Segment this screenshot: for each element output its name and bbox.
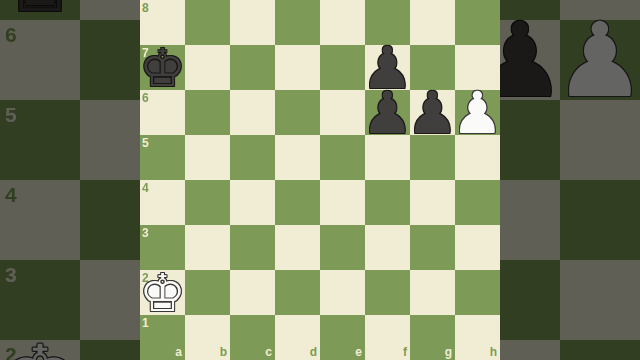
square-a2[interactable]: 2♚ [140, 270, 185, 315]
square-c8[interactable] [230, 0, 275, 45]
square-e1[interactable]: e [320, 315, 365, 360]
file-label-c: c [265, 346, 272, 358]
square-c1[interactable]: c [230, 315, 275, 360]
square-h5 [560, 100, 640, 180]
square-c4[interactable] [230, 180, 275, 225]
square-e8[interactable] [320, 0, 365, 45]
square-b7[interactable] [185, 45, 230, 90]
square-g6[interactable]: ♟ [410, 90, 455, 135]
black-pawn[interactable]: ♟ [410, 90, 455, 135]
white-king[interactable]: ♚ [140, 270, 185, 315]
square-g2[interactable] [410, 270, 455, 315]
black-king: ♚ [0, 0, 80, 20]
chess-board[interactable]: 87♚♟6♟♟♟5432♚1abcdefgh [140, 0, 500, 360]
square-a2: 2♚ [0, 340, 80, 360]
square-c2[interactable] [230, 270, 275, 315]
square-e4[interactable] [320, 180, 365, 225]
square-h5[interactable] [455, 135, 500, 180]
file-label-g: g [445, 346, 452, 358]
square-h4 [560, 180, 640, 260]
white-pawn[interactable]: ♟ [455, 90, 500, 135]
square-a7[interactable]: 7♚ [140, 45, 185, 90]
square-h2 [560, 340, 640, 360]
square-a1[interactable]: 1a [140, 315, 185, 360]
square-a4: 4 [0, 180, 80, 260]
square-f3[interactable] [365, 225, 410, 270]
square-h3[interactable] [455, 225, 500, 270]
square-c5[interactable] [230, 135, 275, 180]
square-e7[interactable] [320, 45, 365, 90]
square-h3 [560, 260, 640, 340]
square-e5[interactable] [320, 135, 365, 180]
square-c3[interactable] [230, 225, 275, 270]
square-d6[interactable] [275, 90, 320, 135]
rank-label-5: 5 [142, 137, 149, 149]
square-b8[interactable] [185, 0, 230, 45]
square-b6[interactable] [185, 90, 230, 135]
square-e2[interactable] [320, 270, 365, 315]
rank-label-5: 5 [5, 104, 17, 125]
rank-label-6: 6 [142, 92, 149, 104]
square-d1[interactable]: d [275, 315, 320, 360]
square-h6: ♟ [560, 20, 640, 100]
square-h4[interactable] [455, 180, 500, 225]
rank-label-8: 8 [142, 2, 149, 14]
foreground-board-wrap: 87♚♟6♟♟♟5432♚1abcdefgh [140, 0, 500, 360]
square-a7: 7♚ [0, 0, 80, 20]
square-e3[interactable] [320, 225, 365, 270]
black-king[interactable]: ♚ [140, 45, 185, 90]
black-pawn[interactable]: ♟ [365, 90, 410, 135]
white-king: ♚ [0, 340, 80, 360]
file-label-d: d [310, 346, 317, 358]
square-e6[interactable] [320, 90, 365, 135]
file-label-f: f [403, 346, 407, 358]
file-label-h: h [490, 346, 497, 358]
square-h6[interactable]: ♟ [455, 90, 500, 135]
square-d5[interactable] [275, 135, 320, 180]
square-c6[interactable] [230, 90, 275, 135]
square-d8[interactable] [275, 0, 320, 45]
square-h2[interactable] [455, 270, 500, 315]
square-g4[interactable] [410, 180, 455, 225]
square-g3[interactable] [410, 225, 455, 270]
square-d3[interactable] [275, 225, 320, 270]
rank-label-4: 4 [142, 182, 149, 194]
square-c7[interactable] [230, 45, 275, 90]
rank-label-3: 3 [5, 264, 17, 285]
square-g1[interactable]: g [410, 315, 455, 360]
file-label-b: b [220, 346, 227, 358]
square-a4[interactable]: 4 [140, 180, 185, 225]
square-d4[interactable] [275, 180, 320, 225]
square-f5[interactable] [365, 135, 410, 180]
square-a6[interactable]: 6 [140, 90, 185, 135]
file-label-e: e [355, 346, 362, 358]
square-b4[interactable] [185, 180, 230, 225]
white-pawn: ♟ [560, 20, 640, 100]
square-h8[interactable] [455, 0, 500, 45]
square-g5[interactable] [410, 135, 455, 180]
square-b1[interactable]: b [185, 315, 230, 360]
rank-label-3: 3 [142, 227, 149, 239]
square-f1[interactable]: f [365, 315, 410, 360]
rank-label-4: 4 [5, 184, 17, 205]
rank-label-6: 6 [5, 24, 17, 45]
square-b2[interactable] [185, 270, 230, 315]
square-h1[interactable]: h [455, 315, 500, 360]
square-f2[interactable] [365, 270, 410, 315]
square-f4[interactable] [365, 180, 410, 225]
square-b3[interactable] [185, 225, 230, 270]
square-b5[interactable] [185, 135, 230, 180]
rank-label-1: 1 [142, 317, 149, 329]
video-frame: 87♚♟6♟♟♟5432♚1abcdefgh 87♚♟6♟♟♟5432♚1abc… [0, 0, 640, 360]
square-f6[interactable]: ♟ [365, 90, 410, 135]
square-g8[interactable] [410, 0, 455, 45]
square-d2[interactable] [275, 270, 320, 315]
file-label-a: a [175, 346, 182, 358]
square-d7[interactable] [275, 45, 320, 90]
square-a6: 6 [0, 20, 80, 100]
square-a5: 5 [0, 100, 80, 180]
square-a5[interactable]: 5 [140, 135, 185, 180]
